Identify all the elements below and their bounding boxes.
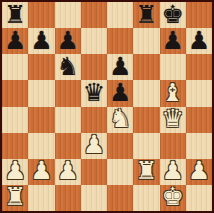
square-a7[interactable]: ♟ — [2, 28, 28, 54]
square-h4[interactable] — [186, 107, 212, 133]
square-h7[interactable]: ♟ — [186, 28, 212, 54]
square-g7[interactable]: ♟ — [160, 28, 186, 54]
square-e1[interactable] — [107, 185, 133, 211]
square-c2[interactable]: ♟ — [55, 159, 81, 185]
square-d7[interactable] — [81, 28, 107, 54]
square-f1[interactable] — [133, 185, 159, 211]
piece-black-rook[interactable]: ♜ — [135, 2, 157, 27]
square-d3[interactable]: ♟ — [81, 133, 107, 159]
square-e6[interactable]: ♟ — [107, 54, 133, 80]
piece-black-pawn[interactable]: ♟ — [30, 28, 52, 53]
piece-white-pawn[interactable]: ♟ — [188, 159, 210, 184]
piece-white-rook[interactable]: ♜ — [4, 185, 26, 210]
square-b6[interactable] — [28, 54, 54, 80]
square-f2[interactable]: ♜ — [133, 159, 159, 185]
piece-white-pawn[interactable]: ♟ — [161, 159, 183, 184]
piece-white-pawn[interactable]: ♟ — [4, 159, 26, 184]
piece-white-king[interactable]: ♚ — [161, 185, 183, 210]
piece-white-pawn[interactable]: ♟ — [56, 159, 78, 184]
piece-white-rook[interactable]: ♜ — [135, 159, 157, 184]
square-e5[interactable]: ♟ — [107, 80, 133, 106]
square-g4[interactable]: ♛ — [160, 107, 186, 133]
square-e3[interactable] — [107, 133, 133, 159]
square-e8[interactable] — [107, 2, 133, 28]
square-e4[interactable]: ♞ — [107, 107, 133, 133]
square-e2[interactable] — [107, 159, 133, 185]
square-c3[interactable] — [55, 133, 81, 159]
piece-black-pawn[interactable]: ♟ — [161, 28, 183, 53]
square-a6[interactable] — [2, 54, 28, 80]
square-b2[interactable]: ♟ — [28, 159, 54, 185]
square-e7[interactable] — [107, 28, 133, 54]
square-f4[interactable] — [133, 107, 159, 133]
square-h2[interactable]: ♟ — [186, 159, 212, 185]
square-a5[interactable] — [2, 80, 28, 106]
square-h1[interactable] — [186, 185, 212, 211]
square-a8[interactable]: ♜ — [2, 2, 28, 28]
square-b1[interactable] — [28, 185, 54, 211]
square-b3[interactable] — [28, 133, 54, 159]
piece-black-king[interactable]: ♚ — [161, 2, 183, 27]
square-g2[interactable]: ♟ — [160, 159, 186, 185]
piece-white-queen[interactable]: ♛ — [161, 107, 183, 132]
square-g6[interactable] — [160, 54, 186, 80]
square-a2[interactable]: ♟ — [2, 159, 28, 185]
square-g3[interactable] — [160, 133, 186, 159]
piece-black-pawn[interactable]: ♟ — [188, 28, 210, 53]
piece-white-bishop[interactable]: ♝ — [161, 80, 183, 105]
square-d6[interactable] — [81, 54, 107, 80]
square-b5[interactable] — [28, 80, 54, 106]
square-d1[interactable] — [81, 185, 107, 211]
square-c5[interactable] — [55, 80, 81, 106]
square-d4[interactable] — [81, 107, 107, 133]
piece-white-knight[interactable]: ♞ — [109, 107, 131, 132]
square-f3[interactable] — [133, 133, 159, 159]
piece-black-pawn[interactable]: ♟ — [4, 28, 26, 53]
piece-white-pawn[interactable]: ♟ — [30, 159, 52, 184]
square-f6[interactable] — [133, 54, 159, 80]
piece-black-pawn[interactable]: ♟ — [109, 54, 131, 79]
square-g5[interactable]: ♝ — [160, 80, 186, 106]
square-c1[interactable] — [55, 185, 81, 211]
square-f5[interactable] — [133, 80, 159, 106]
square-a1[interactable]: ♜ — [2, 185, 28, 211]
piece-black-pawn[interactable]: ♟ — [109, 80, 131, 105]
piece-black-rook[interactable]: ♜ — [4, 2, 26, 27]
square-g1[interactable]: ♚ — [160, 185, 186, 211]
square-h5[interactable] — [186, 80, 212, 106]
square-f7[interactable] — [133, 28, 159, 54]
square-h8[interactable] — [186, 2, 212, 28]
piece-black-pawn[interactable]: ♟ — [56, 28, 78, 53]
square-f8[interactable]: ♜ — [133, 2, 159, 28]
square-h3[interactable] — [186, 133, 212, 159]
square-g8[interactable]: ♚ — [160, 2, 186, 28]
square-d2[interactable] — [81, 159, 107, 185]
square-a4[interactable] — [2, 107, 28, 133]
square-c8[interactable] — [55, 2, 81, 28]
piece-black-knight[interactable]: ♞ — [56, 54, 78, 79]
square-d5[interactable]: ♛ — [81, 80, 107, 106]
square-c7[interactable]: ♟ — [55, 28, 81, 54]
square-h6[interactable] — [186, 54, 212, 80]
square-c4[interactable] — [55, 107, 81, 133]
square-a3[interactable] — [2, 133, 28, 159]
square-b7[interactable]: ♟ — [28, 28, 54, 54]
piece-black-queen[interactable]: ♛ — [83, 80, 105, 105]
chess-board: ♜♜♚♟♟♟♟♟♞♟♛♟♝♞♛♟♟♟♟♜♟♟♜♚ — [2, 2, 212, 211]
square-b4[interactable] — [28, 107, 54, 133]
square-c6[interactable]: ♞ — [55, 54, 81, 80]
piece-white-pawn[interactable]: ♟ — [83, 133, 105, 158]
board-frame: ♜♜♚♟♟♟♟♟♞♟♛♟♝♞♛♟♟♟♟♜♟♟♜♚ — [0, 0, 214, 213]
square-d8[interactable] — [81, 2, 107, 28]
square-b8[interactable] — [28, 2, 54, 28]
